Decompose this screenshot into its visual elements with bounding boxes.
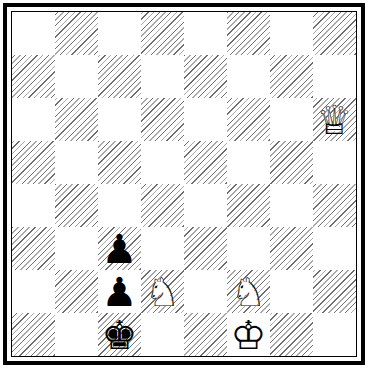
- square-f4[interactable]: [227, 184, 270, 227]
- square-d5[interactable]: [141, 141, 184, 184]
- square-g8[interactable]: [270, 12, 313, 55]
- white-king-icon: ♔: [231, 313, 267, 356]
- square-g7[interactable]: [270, 55, 313, 98]
- square-g2[interactable]: [270, 270, 313, 313]
- square-b4[interactable]: [55, 184, 98, 227]
- square-c4[interactable]: [98, 184, 141, 227]
- square-c8[interactable]: [98, 12, 141, 55]
- square-h6[interactable]: ♛♕: [313, 98, 356, 141]
- square-f3[interactable]: [227, 227, 270, 270]
- square-b7[interactable]: [55, 55, 98, 98]
- white-king-f1[interactable]: ♚♔: [231, 315, 267, 355]
- white-queen-h6[interactable]: ♛♕: [317, 100, 353, 140]
- square-h3[interactable]: [313, 227, 356, 270]
- white-knight-f2[interactable]: ♞♘: [231, 272, 267, 312]
- square-e2[interactable]: [184, 270, 227, 313]
- white-knight-icon: ♘: [231, 270, 267, 313]
- square-a7[interactable]: [12, 55, 55, 98]
- square-d7[interactable]: [141, 55, 184, 98]
- square-c7[interactable]: [98, 55, 141, 98]
- square-d4[interactable]: [141, 184, 184, 227]
- black-pawn-c2[interactable]: ♟: [102, 272, 138, 312]
- square-a3[interactable]: [12, 227, 55, 270]
- square-h8[interactable]: [313, 12, 356, 55]
- square-e1[interactable]: [184, 313, 227, 356]
- square-f6[interactable]: [227, 98, 270, 141]
- black-king-c1[interactable]: ♚: [102, 315, 138, 355]
- chess-board: ♛♕♟♟♞♘♞♘♚♚♔: [11, 11, 357, 357]
- square-d2[interactable]: ♞♘: [141, 270, 184, 313]
- square-g5[interactable]: [270, 141, 313, 184]
- white-knight-d2[interactable]: ♞♘: [145, 272, 181, 312]
- square-e7[interactable]: [184, 55, 227, 98]
- square-d3[interactable]: [141, 227, 184, 270]
- square-b6[interactable]: [55, 98, 98, 141]
- square-b3[interactable]: [55, 227, 98, 270]
- square-h4[interactable]: [313, 184, 356, 227]
- square-g1[interactable]: [270, 313, 313, 356]
- square-h2[interactable]: [313, 270, 356, 313]
- square-g6[interactable]: [270, 98, 313, 141]
- square-c1[interactable]: ♚: [98, 313, 141, 356]
- square-a6[interactable]: [12, 98, 55, 141]
- square-d1[interactable]: [141, 313, 184, 356]
- square-c5[interactable]: [98, 141, 141, 184]
- square-a2[interactable]: [12, 270, 55, 313]
- square-f7[interactable]: [227, 55, 270, 98]
- square-f2[interactable]: ♞♘: [227, 270, 270, 313]
- square-h5[interactable]: [313, 141, 356, 184]
- square-a5[interactable]: [12, 141, 55, 184]
- square-h1[interactable]: [313, 313, 356, 356]
- square-e4[interactable]: [184, 184, 227, 227]
- square-b1[interactable]: [55, 313, 98, 356]
- square-e6[interactable]: [184, 98, 227, 141]
- square-e5[interactable]: [184, 141, 227, 184]
- square-a4[interactable]: [12, 184, 55, 227]
- square-b5[interactable]: [55, 141, 98, 184]
- square-h7[interactable]: [313, 55, 356, 98]
- board-frame: ♛♕♟♟♞♘♞♘♚♚♔: [3, 3, 365, 365]
- white-queen-icon: ♕: [317, 98, 353, 141]
- white-knight-icon: ♘: [145, 270, 181, 313]
- square-c3[interactable]: ♟: [98, 227, 141, 270]
- square-d6[interactable]: [141, 98, 184, 141]
- square-d8[interactable]: [141, 12, 184, 55]
- square-e3[interactable]: [184, 227, 227, 270]
- square-f8[interactable]: [227, 12, 270, 55]
- square-f1[interactable]: ♚♔: [227, 313, 270, 356]
- square-b2[interactable]: [55, 270, 98, 313]
- square-c6[interactable]: [98, 98, 141, 141]
- chess-diagram: ♛♕♟♟♞♘♞♘♚♚♔: [0, 0, 369, 370]
- black-pawn-c3[interactable]: ♟: [102, 229, 138, 269]
- square-f5[interactable]: [227, 141, 270, 184]
- square-a1[interactable]: [12, 313, 55, 356]
- square-g3[interactable]: [270, 227, 313, 270]
- square-a8[interactable]: [12, 12, 55, 55]
- square-b8[interactable]: [55, 12, 98, 55]
- square-c2[interactable]: ♟: [98, 270, 141, 313]
- square-e8[interactable]: [184, 12, 227, 55]
- square-g4[interactable]: [270, 184, 313, 227]
